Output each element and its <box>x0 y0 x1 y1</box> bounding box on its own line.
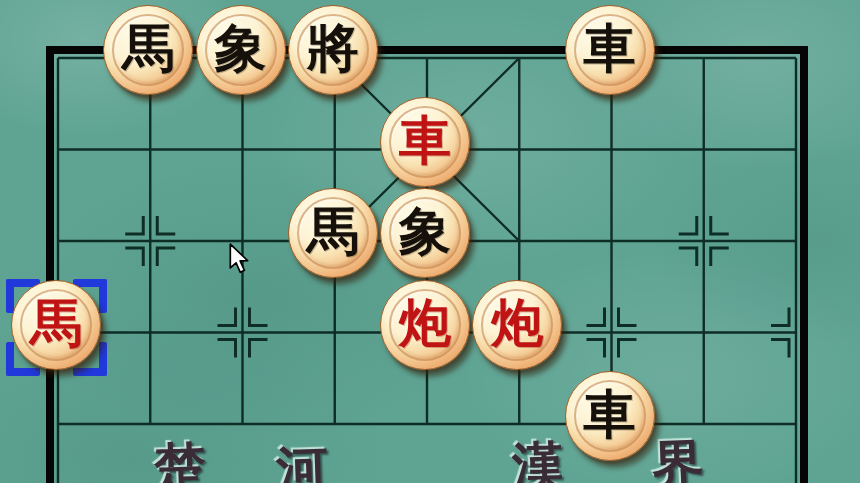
piece-glyph: 象 <box>399 205 451 257</box>
piece-red-cannon[interactable]: 炮 <box>380 280 470 370</box>
board-intersection: 馬 <box>12 287 104 379</box>
board-intersection: 馬 <box>289 195 381 287</box>
board-intersection: 車 <box>565 12 657 104</box>
piece-black-elephant[interactable]: 象 <box>380 188 470 278</box>
board-intersection: 車 <box>565 378 657 470</box>
board-intersection: 馬 <box>104 12 196 104</box>
piece-glyph: 馬 <box>122 22 174 74</box>
piece-red-horse[interactable]: 馬 <box>11 280 101 370</box>
piece-grid: 馬象將車車馬象馬炮炮車 <box>12 12 842 470</box>
piece-glyph: 車 <box>584 388 636 440</box>
piece-glyph: 車 <box>584 22 636 74</box>
piece-glyph: 馬 <box>30 297 82 349</box>
piece-black-chariot[interactable]: 車 <box>565 371 655 461</box>
board-intersection: 將 <box>289 12 381 104</box>
piece-red-cannon[interactable]: 炮 <box>472 280 562 370</box>
piece-black-general[interactable]: 將 <box>288 5 378 95</box>
board-intersection: 炮 <box>473 287 565 379</box>
piece-glyph: 馬 <box>307 205 359 257</box>
piece-red-chariot[interactable]: 車 <box>380 97 470 187</box>
piece-glyph: 炮 <box>399 297 451 349</box>
board-intersection: 車 <box>381 104 473 196</box>
xiangqi-board: 楚河漢界 馬象將車車馬象馬炮炮車 <box>0 0 860 483</box>
board-intersection: 象 <box>381 195 473 287</box>
piece-glyph: 車 <box>399 114 451 166</box>
piece-glyph: 炮 <box>491 297 543 349</box>
mouse-cursor-icon <box>229 243 255 277</box>
piece-black-horse[interactable]: 馬 <box>103 5 193 95</box>
board-intersection: 炮 <box>381 287 473 379</box>
piece-black-horse[interactable]: 馬 <box>288 188 378 278</box>
piece-black-chariot[interactable]: 車 <box>565 5 655 95</box>
piece-glyph: 象 <box>215 22 267 74</box>
piece-glyph: 將 <box>307 22 359 74</box>
board-intersection: 象 <box>196 12 288 104</box>
piece-black-elephant[interactable]: 象 <box>196 5 286 95</box>
